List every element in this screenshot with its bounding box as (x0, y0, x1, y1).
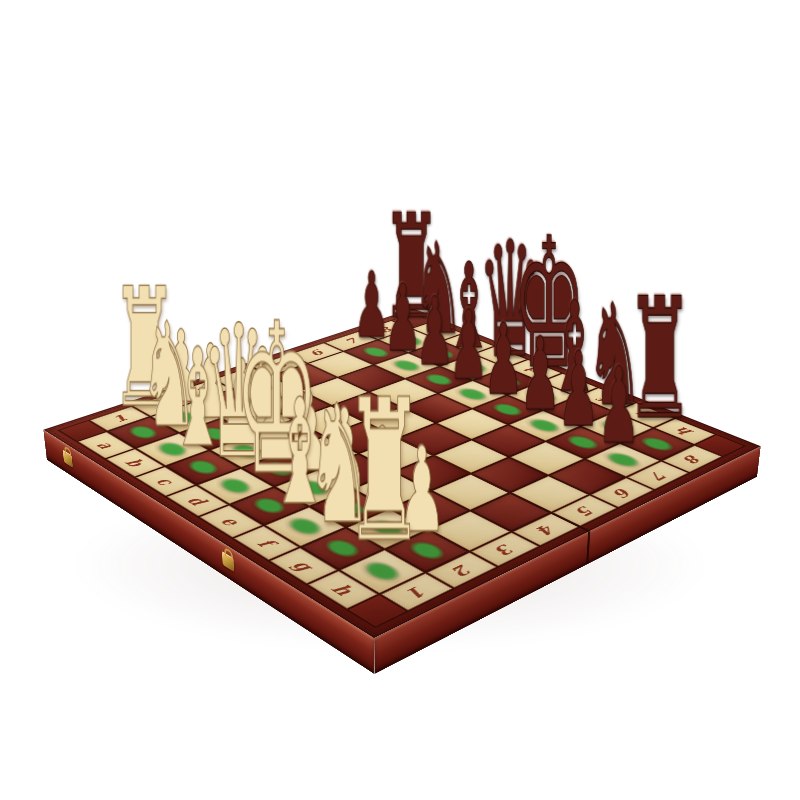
file-letter: e (218, 515, 244, 527)
file-letter: d (184, 495, 211, 507)
rank-number: 6 (609, 486, 635, 498)
brass-clasp-icon (62, 449, 72, 467)
file-letter: f (254, 537, 278, 548)
file-letter: h (328, 582, 358, 597)
rank-number: 5 (572, 504, 599, 517)
piece-black-pawn: ♟ (590, 353, 647, 458)
file-letter: a (94, 440, 118, 450)
file-letter: b (122, 457, 148, 468)
rank-number: 8 (680, 453, 705, 464)
file-letter: g (289, 558, 318, 572)
rank-number: 1 (403, 584, 432, 600)
rank-number: 3 (491, 542, 519, 556)
file-letter: c (153, 476, 178, 487)
piece-white-rook: ♜ (344, 375, 409, 571)
brass-clasp-icon (222, 551, 234, 572)
rank-number: 2 (448, 562, 476, 577)
fold-seam-edge (586, 531, 590, 565)
rank-number: 4 (532, 523, 559, 536)
product-photo-scene: abcdefgh8♜♞♝♛♚♝♞♜87♟♟♟♟♟♟♟♟7665544332♟♟♟… (0, 0, 800, 800)
rank-number: 7 (645, 469, 671, 481)
